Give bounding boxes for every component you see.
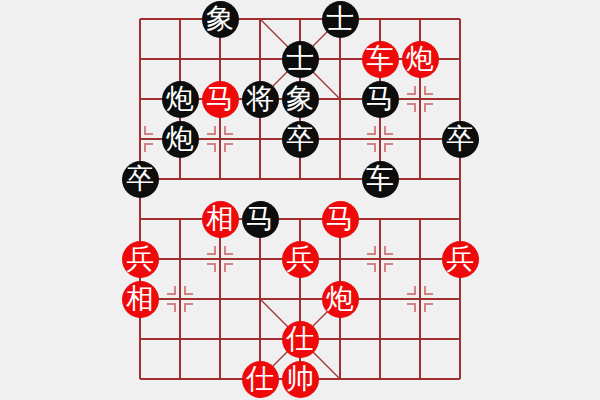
point-marker [167,286,175,294]
point-marker [185,286,193,294]
piece-red-horse[interactable]: 马 [322,201,359,238]
piece-red-horse[interactable]: 马 [202,81,239,118]
point-marker [207,144,215,152]
point-marker [385,246,393,254]
point-marker [207,246,215,254]
piece-black-horse[interactable]: 马 [242,201,279,238]
point-marker [207,264,215,272]
point-marker [425,104,433,112]
piece-black-elephant[interactable]: 象 [202,1,239,38]
piece-red-elephant[interactable]: 相 [122,281,159,318]
piece-black-pawn[interactable]: 卒 [122,161,159,198]
point-marker [225,144,233,152]
piece-black-pawn[interactable]: 卒 [282,121,319,158]
point-marker [385,126,393,134]
piece-red-general[interactable]: 帅 [282,361,319,398]
piece-black-advisor[interactable]: 士 [322,1,359,38]
piece-black-cannon[interactable]: 炮 [162,81,199,118]
piece-black-chariot[interactable]: 车 [362,161,399,198]
point-marker [167,304,175,312]
piece-black-advisor[interactable]: 士 [282,41,319,78]
point-marker [425,286,433,294]
point-marker [207,126,215,134]
piece-red-cannon[interactable]: 炮 [322,281,359,318]
piece-black-pawn[interactable]: 卒 [442,121,479,158]
point-marker [425,304,433,312]
point-marker [367,126,375,134]
point-marker [367,246,375,254]
piece-black-horse[interactable]: 马 [362,81,399,118]
piece-red-pawn[interactable]: 兵 [282,241,319,278]
piece-red-elephant[interactable]: 相 [202,201,239,238]
piece-red-cannon[interactable]: 炮 [402,41,439,78]
point-marker [385,264,393,272]
point-marker [407,286,415,294]
point-marker [367,264,375,272]
xiangqi-board-screen: 象士士车炮炮马将象马炮卒卒卒车相马马兵兵兵相炮仕仕帅 [0,0,600,400]
point-marker [407,304,415,312]
piece-red-advisor[interactable]: 仕 [282,321,319,358]
point-marker [367,144,375,152]
point-marker [407,104,415,112]
piece-black-cannon[interactable]: 炮 [162,121,199,158]
piece-black-general[interactable]: 将 [242,81,279,118]
piece-red-advisor[interactable]: 仕 [242,361,279,398]
piece-red-pawn[interactable]: 兵 [442,241,479,278]
point-marker [225,126,233,134]
point-marker [185,304,193,312]
piece-red-pawn[interactable]: 兵 [122,241,159,278]
point-marker [407,86,415,94]
point-marker [225,264,233,272]
piece-black-elephant[interactable]: 象 [282,81,319,118]
piece-red-chariot[interactable]: 车 [362,41,399,78]
point-marker [145,144,153,152]
point-marker [425,86,433,94]
point-marker [145,126,153,134]
point-marker [385,144,393,152]
point-marker [225,246,233,254]
